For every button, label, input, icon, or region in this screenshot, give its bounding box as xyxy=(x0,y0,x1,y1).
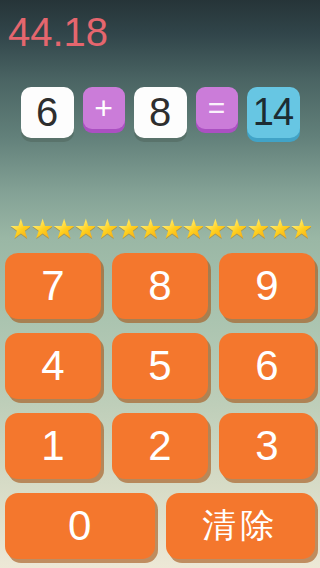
key-6[interactable]: 6 xyxy=(219,333,315,399)
equation-row: 6 + 8 = 14 xyxy=(0,87,320,138)
key-2[interactable]: 2 xyxy=(112,413,208,479)
key-8[interactable]: 8 xyxy=(112,253,208,319)
keypad-bottom-row: 0 清除 xyxy=(5,493,315,559)
operand1-tile: 6 xyxy=(21,87,74,138)
star-icon: ★ xyxy=(225,216,247,243)
key-4[interactable]: 4 xyxy=(5,333,101,399)
equals-sign-tile: = xyxy=(196,87,238,129)
app-screen: 44.18 6 + 8 = 14 ★ ★ ★ ★ ★ ★ ★ ★ ★ ★ ★ ★… xyxy=(0,0,320,568)
star-icon: ★ xyxy=(203,216,225,243)
keypad: 7 8 9 4 5 6 1 2 3 xyxy=(5,253,315,479)
plus-operator-tile: + xyxy=(83,87,125,129)
timer: 44.18 xyxy=(8,10,108,55)
star-icon: ★ xyxy=(117,216,139,243)
key-0[interactable]: 0 xyxy=(5,493,155,559)
star-icon: ★ xyxy=(246,216,268,243)
key-9[interactable]: 9 xyxy=(219,253,315,319)
star-progress-row: ★ ★ ★ ★ ★ ★ ★ ★ ★ ★ ★ ★ ★ ★ xyxy=(0,216,320,243)
star-icon: ★ xyxy=(138,216,160,243)
star-icon: ★ xyxy=(268,216,290,243)
star-icon: ★ xyxy=(9,216,31,243)
answer-tile: 14 xyxy=(247,87,300,138)
star-icon: ★ xyxy=(160,216,182,243)
star-icon: ★ xyxy=(52,216,74,243)
clear-button[interactable]: 清除 xyxy=(166,493,316,559)
star-icon: ★ xyxy=(290,216,312,243)
key-3[interactable]: 3 xyxy=(219,413,315,479)
star-icon: ★ xyxy=(30,216,52,243)
star-icon: ★ xyxy=(182,216,204,243)
operand2-tile: 8 xyxy=(134,87,187,138)
key-7[interactable]: 7 xyxy=(5,253,101,319)
key-5[interactable]: 5 xyxy=(112,333,208,399)
key-1[interactable]: 1 xyxy=(5,413,101,479)
star-icon: ★ xyxy=(74,216,96,243)
star-icon: ★ xyxy=(95,216,117,243)
